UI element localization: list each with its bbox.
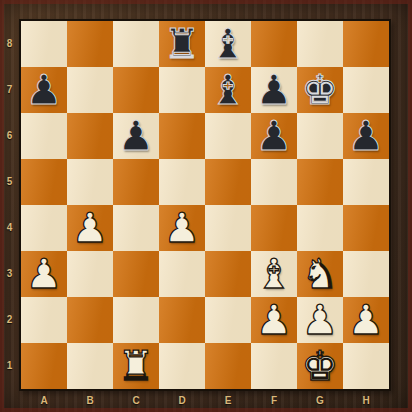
file-label-c: C	[113, 391, 159, 411]
square-a8[interactable]	[21, 21, 67, 67]
square-e5[interactable]	[205, 159, 251, 205]
square-f6[interactable]: ♟	[251, 113, 297, 159]
square-a1[interactable]	[21, 343, 67, 389]
square-h8[interactable]	[343, 21, 389, 67]
square-f2[interactable]: ♟	[251, 297, 297, 343]
rank-label-5: 5	[0, 159, 19, 205]
square-c3[interactable]	[113, 251, 159, 297]
square-f8[interactable]	[251, 21, 297, 67]
square-a3[interactable]: ♟	[21, 251, 67, 297]
square-f5[interactable]	[251, 159, 297, 205]
piece-black-bishop-e8[interactable]: ♝	[210, 21, 247, 67]
piece-black-rook-d8[interactable]: ♜	[164, 21, 201, 67]
square-h1[interactable]	[343, 343, 389, 389]
piece-black-pawn-c6[interactable]: ♟	[118, 113, 155, 159]
rank-label-7: 7	[0, 67, 19, 113]
square-b2[interactable]	[67, 297, 113, 343]
square-c5[interactable]	[113, 159, 159, 205]
piece-black-pawn-h6[interactable]: ♟	[348, 113, 385, 159]
piece-white-pawn-a3[interactable]: ♟	[26, 251, 63, 297]
square-b7[interactable]	[67, 67, 113, 113]
piece-white-pawn-h2[interactable]: ♟	[348, 297, 385, 343]
square-b1[interactable]	[67, 343, 113, 389]
piece-white-bishop-f3[interactable]: ♝	[256, 251, 293, 297]
square-a4[interactable]	[21, 205, 67, 251]
square-e8[interactable]: ♝	[205, 21, 251, 67]
square-h5[interactable]	[343, 159, 389, 205]
square-f4[interactable]	[251, 205, 297, 251]
rank-label-1: 1	[0, 343, 19, 389]
rank-label-2: 2	[0, 297, 19, 343]
square-g6[interactable]	[297, 113, 343, 159]
chess-board: ♜♝♟♝♟♚♟♟♟♟♟♟♝♞♟♟♟♜♚	[19, 19, 391, 391]
square-g2[interactable]: ♟	[297, 297, 343, 343]
square-e3[interactable]	[205, 251, 251, 297]
square-c7[interactable]	[113, 67, 159, 113]
square-g3[interactable]: ♞	[297, 251, 343, 297]
square-e7[interactable]: ♝	[205, 67, 251, 113]
square-d4[interactable]: ♟	[159, 205, 205, 251]
square-g4[interactable]	[297, 205, 343, 251]
square-d5[interactable]	[159, 159, 205, 205]
square-a2[interactable]	[21, 297, 67, 343]
square-c1[interactable]: ♜	[113, 343, 159, 389]
square-g7[interactable]: ♚	[297, 67, 343, 113]
square-h2[interactable]: ♟	[343, 297, 389, 343]
square-a7[interactable]: ♟	[21, 67, 67, 113]
square-f1[interactable]	[251, 343, 297, 389]
square-h6[interactable]: ♟	[343, 113, 389, 159]
square-h7[interactable]	[343, 67, 389, 113]
square-c4[interactable]	[113, 205, 159, 251]
square-e2[interactable]	[205, 297, 251, 343]
square-b3[interactable]	[67, 251, 113, 297]
square-f3[interactable]: ♝	[251, 251, 297, 297]
piece-white-rook-c1[interactable]: ♜	[118, 343, 155, 389]
piece-black-bishop-e7[interactable]: ♝	[210, 67, 247, 113]
square-d2[interactable]	[159, 297, 205, 343]
piece-black-pawn-f7[interactable]: ♟	[256, 67, 293, 113]
square-g1[interactable]: ♚	[297, 343, 343, 389]
square-b6[interactable]	[67, 113, 113, 159]
piece-white-king-g1[interactable]: ♚	[302, 343, 339, 389]
square-d6[interactable]	[159, 113, 205, 159]
piece-black-pawn-a7[interactable]: ♟	[26, 67, 63, 113]
file-label-b: B	[67, 391, 113, 411]
square-g5[interactable]	[297, 159, 343, 205]
square-d1[interactable]	[159, 343, 205, 389]
square-e4[interactable]	[205, 205, 251, 251]
file-label-h: H	[343, 391, 389, 411]
square-b5[interactable]	[67, 159, 113, 205]
piece-white-pawn-g2[interactable]: ♟	[302, 297, 339, 343]
piece-black-king-g7[interactable]: ♚	[302, 67, 339, 113]
square-b4[interactable]: ♟	[67, 205, 113, 251]
piece-white-pawn-f2[interactable]: ♟	[256, 297, 293, 343]
square-c6[interactable]: ♟	[113, 113, 159, 159]
file-label-e: E	[205, 391, 251, 411]
square-g8[interactable]	[297, 21, 343, 67]
rank-label-3: 3	[0, 251, 19, 297]
piece-white-knight-g3[interactable]: ♞	[302, 251, 339, 297]
rank-label-6: 6	[0, 113, 19, 159]
square-e6[interactable]	[205, 113, 251, 159]
file-label-a: A	[21, 391, 67, 411]
piece-white-pawn-d4[interactable]: ♟	[164, 205, 201, 251]
square-c2[interactable]	[113, 297, 159, 343]
rank-label-4: 4	[0, 205, 19, 251]
square-d8[interactable]: ♜	[159, 21, 205, 67]
file-label-g: G	[297, 391, 343, 411]
piece-white-pawn-b4[interactable]: ♟	[72, 205, 109, 251]
square-f7[interactable]: ♟	[251, 67, 297, 113]
square-e1[interactable]	[205, 343, 251, 389]
square-b8[interactable]	[67, 21, 113, 67]
square-d7[interactable]	[159, 67, 205, 113]
square-h4[interactable]	[343, 205, 389, 251]
rank-label-8: 8	[0, 21, 19, 67]
file-label-d: D	[159, 391, 205, 411]
square-a6[interactable]	[21, 113, 67, 159]
file-label-f: F	[251, 391, 297, 411]
square-d3[interactable]	[159, 251, 205, 297]
square-h3[interactable]	[343, 251, 389, 297]
piece-black-pawn-f6[interactable]: ♟	[256, 113, 293, 159]
square-a5[interactable]	[21, 159, 67, 205]
board-frame: ♜♝♟♝♟♚♟♟♟♟♟♟♝♞♟♟♟♜♚ 87654321ABCDEFGH	[0, 0, 412, 412]
square-c8[interactable]	[113, 21, 159, 67]
